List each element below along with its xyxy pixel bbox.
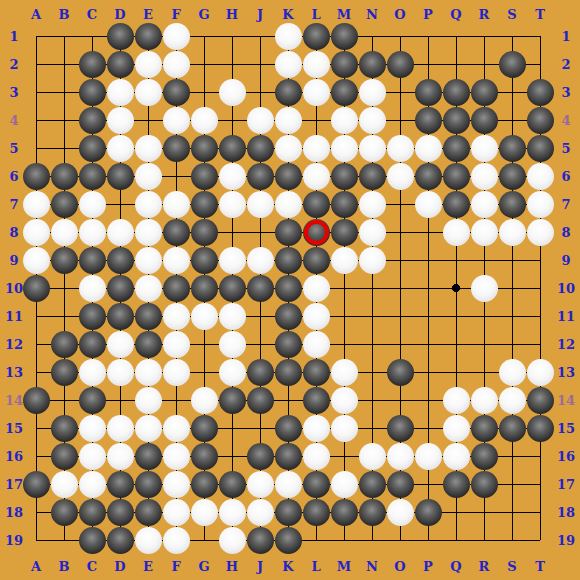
- intersection[interactable]: [218, 330, 246, 358]
- intersection[interactable]: [414, 246, 442, 274]
- intersection[interactable]: [470, 50, 498, 78]
- intersection[interactable]: [470, 414, 498, 442]
- intersection[interactable]: [470, 106, 498, 134]
- intersection[interactable]: [106, 526, 134, 554]
- intersection[interactable]: [498, 274, 526, 302]
- intersection[interactable]: [470, 470, 498, 498]
- intersection[interactable]: [78, 526, 106, 554]
- intersection[interactable]: [134, 414, 162, 442]
- intersection[interactable]: [414, 190, 442, 218]
- intersection[interactable]: [442, 302, 470, 330]
- intersection[interactable]: [134, 106, 162, 134]
- intersection[interactable]: [190, 498, 218, 526]
- intersection[interactable]: [218, 190, 246, 218]
- intersection[interactable]: [302, 78, 330, 106]
- intersection[interactable]: [274, 50, 302, 78]
- intersection[interactable]: [78, 50, 106, 78]
- intersection[interactable]: [414, 162, 442, 190]
- intersection[interactable]: [302, 442, 330, 470]
- intersection[interactable]: [330, 498, 358, 526]
- intersection[interactable]: [22, 302, 50, 330]
- intersection[interactable]: [78, 330, 106, 358]
- intersection[interactable]: [106, 498, 134, 526]
- intersection[interactable]: [218, 414, 246, 442]
- intersection[interactable]: [442, 358, 470, 386]
- intersection[interactable]: [190, 218, 218, 246]
- intersection[interactable]: [190, 358, 218, 386]
- intersection[interactable]: [358, 274, 386, 302]
- intersection[interactable]: [22, 470, 50, 498]
- intersection[interactable]: [442, 442, 470, 470]
- intersection[interactable]: [274, 526, 302, 554]
- intersection[interactable]: [470, 78, 498, 106]
- intersection[interactable]: [358, 302, 386, 330]
- intersection[interactable]: [442, 190, 470, 218]
- intersection[interactable]: [218, 498, 246, 526]
- intersection[interactable]: [162, 22, 190, 50]
- intersection[interactable]: [50, 302, 78, 330]
- intersection[interactable]: [162, 274, 190, 302]
- intersection[interactable]: [218, 22, 246, 50]
- intersection[interactable]: [162, 386, 190, 414]
- intersection[interactable]: [386, 22, 414, 50]
- intersection[interactable]: [470, 162, 498, 190]
- intersection[interactable]: [78, 78, 106, 106]
- intersection[interactable]: [218, 302, 246, 330]
- intersection[interactable]: [246, 22, 274, 50]
- intersection[interactable]: [106, 442, 134, 470]
- intersection[interactable]: [106, 386, 134, 414]
- intersection[interactable]: [134, 162, 162, 190]
- intersection[interactable]: [526, 498, 554, 526]
- intersection[interactable]: [78, 190, 106, 218]
- intersection[interactable]: [330, 442, 358, 470]
- intersection[interactable]: [330, 302, 358, 330]
- intersection[interactable]: [162, 106, 190, 134]
- intersection[interactable]: [22, 274, 50, 302]
- intersection[interactable]: [22, 106, 50, 134]
- intersection[interactable]: [442, 218, 470, 246]
- intersection[interactable]: [386, 78, 414, 106]
- intersection[interactable]: [358, 358, 386, 386]
- intersection[interactable]: [246, 134, 274, 162]
- intersection[interactable]: [50, 274, 78, 302]
- intersection[interactable]: [386, 414, 414, 442]
- intersection[interactable]: [330, 162, 358, 190]
- intersection[interactable]: [498, 302, 526, 330]
- intersection[interactable]: [414, 218, 442, 246]
- intersection[interactable]: [330, 330, 358, 358]
- intersection[interactable]: [358, 442, 386, 470]
- intersection[interactable]: [190, 526, 218, 554]
- intersection[interactable]: [50, 22, 78, 50]
- intersection[interactable]: [358, 134, 386, 162]
- intersection[interactable]: [190, 50, 218, 78]
- intersection[interactable]: [162, 50, 190, 78]
- intersection[interactable]: [22, 78, 50, 106]
- intersection[interactable]: [330, 218, 358, 246]
- intersection[interactable]: [302, 162, 330, 190]
- intersection[interactable]: [414, 78, 442, 106]
- intersection[interactable]: [498, 442, 526, 470]
- intersection[interactable]: [470, 302, 498, 330]
- intersection[interactable]: [358, 78, 386, 106]
- intersection[interactable]: [358, 106, 386, 134]
- intersection[interactable]: [414, 50, 442, 78]
- intersection[interactable]: [302, 22, 330, 50]
- intersection[interactable]: [218, 442, 246, 470]
- intersection[interactable]: [442, 414, 470, 442]
- go-board[interactable]: [22, 22, 554, 554]
- intersection[interactable]: [526, 442, 554, 470]
- intersection[interactable]: [442, 78, 470, 106]
- intersection[interactable]: [162, 302, 190, 330]
- intersection[interactable]: [162, 442, 190, 470]
- intersection[interactable]: [22, 442, 50, 470]
- intersection[interactable]: [470, 526, 498, 554]
- intersection[interactable]: [50, 246, 78, 274]
- intersection[interactable]: [498, 246, 526, 274]
- intersection[interactable]: [526, 330, 554, 358]
- intersection[interactable]: [50, 442, 78, 470]
- intersection[interactable]: [190, 78, 218, 106]
- intersection[interactable]: [106, 190, 134, 218]
- intersection[interactable]: [162, 190, 190, 218]
- intersection[interactable]: [470, 330, 498, 358]
- intersection[interactable]: [246, 78, 274, 106]
- intersection[interactable]: [50, 358, 78, 386]
- intersection[interactable]: [134, 274, 162, 302]
- intersection[interactable]: [134, 78, 162, 106]
- intersection[interactable]: [134, 302, 162, 330]
- intersection[interactable]: [274, 414, 302, 442]
- intersection[interactable]: [302, 190, 330, 218]
- intersection[interactable]: [134, 330, 162, 358]
- intersection[interactable]: [526, 162, 554, 190]
- intersection[interactable]: [386, 162, 414, 190]
- intersection[interactable]: [50, 190, 78, 218]
- intersection[interactable]: [22, 22, 50, 50]
- intersection[interactable]: [330, 134, 358, 162]
- intersection[interactable]: [358, 50, 386, 78]
- intersection[interactable]: [386, 106, 414, 134]
- intersection[interactable]: [190, 134, 218, 162]
- intersection[interactable]: [414, 134, 442, 162]
- intersection[interactable]: [498, 414, 526, 442]
- intersection[interactable]: [386, 50, 414, 78]
- intersection[interactable]: [330, 78, 358, 106]
- intersection[interactable]: [78, 134, 106, 162]
- intersection[interactable]: [106, 414, 134, 442]
- intersection[interactable]: [358, 414, 386, 442]
- intersection[interactable]: [22, 190, 50, 218]
- intersection[interactable]: [498, 386, 526, 414]
- intersection[interactable]: [498, 470, 526, 498]
- intersection[interactable]: [302, 218, 330, 246]
- intersection[interactable]: [526, 358, 554, 386]
- intersection[interactable]: [330, 358, 358, 386]
- intersection[interactable]: [134, 442, 162, 470]
- intersection[interactable]: [386, 526, 414, 554]
- intersection[interactable]: [358, 218, 386, 246]
- intersection[interactable]: [22, 498, 50, 526]
- intersection[interactable]: [358, 526, 386, 554]
- intersection[interactable]: [386, 134, 414, 162]
- intersection[interactable]: [330, 386, 358, 414]
- intersection[interactable]: [50, 498, 78, 526]
- intersection[interactable]: [470, 274, 498, 302]
- intersection[interactable]: [50, 386, 78, 414]
- intersection[interactable]: [190, 106, 218, 134]
- intersection[interactable]: [414, 470, 442, 498]
- intersection[interactable]: [442, 162, 470, 190]
- intersection[interactable]: [106, 274, 134, 302]
- intersection[interactable]: [526, 302, 554, 330]
- intersection[interactable]: [358, 190, 386, 218]
- intersection[interactable]: [218, 50, 246, 78]
- intersection[interactable]: [302, 498, 330, 526]
- intersection[interactable]: [106, 330, 134, 358]
- intersection[interactable]: [246, 274, 274, 302]
- intersection[interactable]: [526, 106, 554, 134]
- intersection[interactable]: [414, 414, 442, 442]
- intersection[interactable]: [274, 22, 302, 50]
- intersection[interactable]: [218, 358, 246, 386]
- intersection[interactable]: [190, 386, 218, 414]
- intersection[interactable]: [414, 302, 442, 330]
- intersection[interactable]: [50, 526, 78, 554]
- intersection[interactable]: [526, 526, 554, 554]
- intersection[interactable]: [274, 442, 302, 470]
- intersection[interactable]: [162, 358, 190, 386]
- intersection[interactable]: [386, 358, 414, 386]
- intersection[interactable]: [274, 386, 302, 414]
- intersection[interactable]: [246, 218, 274, 246]
- intersection[interactable]: [526, 386, 554, 414]
- intersection[interactable]: [246, 246, 274, 274]
- intersection[interactable]: [274, 106, 302, 134]
- intersection[interactable]: [50, 134, 78, 162]
- intersection[interactable]: [246, 162, 274, 190]
- intersection[interactable]: [50, 106, 78, 134]
- intersection[interactable]: [414, 526, 442, 554]
- intersection[interactable]: [386, 274, 414, 302]
- intersection[interactable]: [470, 358, 498, 386]
- intersection[interactable]: [442, 22, 470, 50]
- intersection[interactable]: [302, 526, 330, 554]
- intersection[interactable]: [302, 386, 330, 414]
- intersection[interactable]: [78, 106, 106, 134]
- intersection[interactable]: [526, 414, 554, 442]
- intersection[interactable]: [470, 22, 498, 50]
- intersection[interactable]: [22, 358, 50, 386]
- intersection[interactable]: [78, 470, 106, 498]
- intersection[interactable]: [218, 274, 246, 302]
- intersection[interactable]: [330, 414, 358, 442]
- intersection[interactable]: [302, 246, 330, 274]
- intersection[interactable]: [386, 302, 414, 330]
- intersection[interactable]: [414, 386, 442, 414]
- intersection[interactable]: [190, 22, 218, 50]
- intersection[interactable]: [190, 414, 218, 442]
- intersection[interactable]: [162, 470, 190, 498]
- intersection[interactable]: [246, 190, 274, 218]
- intersection[interactable]: [106, 470, 134, 498]
- intersection[interactable]: [442, 246, 470, 274]
- intersection[interactable]: [274, 162, 302, 190]
- intersection[interactable]: [50, 162, 78, 190]
- intersection[interactable]: [470, 386, 498, 414]
- intersection[interactable]: [106, 78, 134, 106]
- intersection[interactable]: [106, 50, 134, 78]
- intersection[interactable]: [22, 50, 50, 78]
- intersection[interactable]: [22, 414, 50, 442]
- intersection[interactable]: [134, 526, 162, 554]
- intersection[interactable]: [162, 414, 190, 442]
- intersection[interactable]: [358, 22, 386, 50]
- intersection[interactable]: [106, 22, 134, 50]
- intersection[interactable]: [498, 526, 526, 554]
- intersection[interactable]: [358, 162, 386, 190]
- intersection[interactable]: [274, 78, 302, 106]
- intersection[interactable]: [78, 162, 106, 190]
- intersection[interactable]: [442, 526, 470, 554]
- intersection[interactable]: [302, 106, 330, 134]
- intersection[interactable]: [78, 414, 106, 442]
- intersection[interactable]: [414, 358, 442, 386]
- intersection[interactable]: [162, 134, 190, 162]
- intersection[interactable]: [134, 498, 162, 526]
- intersection[interactable]: [106, 246, 134, 274]
- intersection[interactable]: [526, 470, 554, 498]
- intersection[interactable]: [106, 218, 134, 246]
- intersection[interactable]: [134, 134, 162, 162]
- intersection[interactable]: [218, 162, 246, 190]
- intersection[interactable]: [274, 134, 302, 162]
- intersection[interactable]: [50, 50, 78, 78]
- intersection[interactable]: [134, 386, 162, 414]
- intersection[interactable]: [414, 498, 442, 526]
- intersection[interactable]: [526, 50, 554, 78]
- intersection[interactable]: [22, 246, 50, 274]
- intersection[interactable]: [358, 330, 386, 358]
- intersection[interactable]: [470, 246, 498, 274]
- intersection[interactable]: [470, 134, 498, 162]
- intersection[interactable]: [414, 22, 442, 50]
- intersection[interactable]: [498, 78, 526, 106]
- intersection[interactable]: [414, 106, 442, 134]
- intersection[interactable]: [246, 498, 274, 526]
- intersection[interactable]: [442, 330, 470, 358]
- intersection[interactable]: [302, 470, 330, 498]
- intersection[interactable]: [246, 386, 274, 414]
- intersection[interactable]: [498, 50, 526, 78]
- intersection[interactable]: [470, 190, 498, 218]
- intersection[interactable]: [442, 106, 470, 134]
- intersection[interactable]: [526, 22, 554, 50]
- intersection[interactable]: [330, 526, 358, 554]
- intersection[interactable]: [498, 106, 526, 134]
- intersection[interactable]: [22, 386, 50, 414]
- intersection[interactable]: [246, 50, 274, 78]
- intersection[interactable]: [442, 274, 470, 302]
- intersection[interactable]: [78, 386, 106, 414]
- intersection[interactable]: [162, 246, 190, 274]
- intersection[interactable]: [218, 246, 246, 274]
- intersection[interactable]: [274, 190, 302, 218]
- intersection[interactable]: [22, 330, 50, 358]
- intersection[interactable]: [162, 162, 190, 190]
- intersection[interactable]: [162, 330, 190, 358]
- intersection[interactable]: [386, 442, 414, 470]
- intersection[interactable]: [134, 218, 162, 246]
- intersection[interactable]: [302, 50, 330, 78]
- intersection[interactable]: [106, 162, 134, 190]
- intersection[interactable]: [498, 190, 526, 218]
- intersection[interactable]: [190, 162, 218, 190]
- intersection[interactable]: [498, 22, 526, 50]
- intersection[interactable]: [526, 274, 554, 302]
- intersection[interactable]: [190, 442, 218, 470]
- intersection[interactable]: [442, 50, 470, 78]
- intersection[interactable]: [274, 330, 302, 358]
- intersection[interactable]: [442, 498, 470, 526]
- intersection[interactable]: [22, 526, 50, 554]
- intersection[interactable]: [50, 414, 78, 442]
- intersection[interactable]: [330, 22, 358, 50]
- intersection[interactable]: [386, 330, 414, 358]
- intersection[interactable]: [106, 358, 134, 386]
- intersection[interactable]: [78, 246, 106, 274]
- intersection[interactable]: [78, 358, 106, 386]
- intersection[interactable]: [526, 218, 554, 246]
- intersection[interactable]: [470, 442, 498, 470]
- intersection[interactable]: [106, 134, 134, 162]
- intersection[interactable]: [302, 134, 330, 162]
- intersection[interactable]: [302, 414, 330, 442]
- intersection[interactable]: [246, 414, 274, 442]
- intersection[interactable]: [134, 190, 162, 218]
- intersection[interactable]: [358, 470, 386, 498]
- intersection[interactable]: [162, 218, 190, 246]
- intersection[interactable]: [190, 246, 218, 274]
- intersection[interactable]: [190, 302, 218, 330]
- intersection[interactable]: [78, 442, 106, 470]
- intersection[interactable]: [274, 274, 302, 302]
- intersection[interactable]: [386, 190, 414, 218]
- intersection[interactable]: [386, 498, 414, 526]
- intersection[interactable]: [190, 330, 218, 358]
- intersection[interactable]: [274, 358, 302, 386]
- intersection[interactable]: [218, 386, 246, 414]
- intersection[interactable]: [442, 470, 470, 498]
- intersection[interactable]: [50, 218, 78, 246]
- intersection[interactable]: [162, 78, 190, 106]
- intersection[interactable]: [78, 498, 106, 526]
- intersection[interactable]: [274, 498, 302, 526]
- intersection[interactable]: [134, 22, 162, 50]
- intersection[interactable]: [302, 302, 330, 330]
- intersection[interactable]: [218, 134, 246, 162]
- intersection[interactable]: [274, 246, 302, 274]
- intersection[interactable]: [190, 274, 218, 302]
- intersection[interactable]: [386, 246, 414, 274]
- intersection[interactable]: [274, 302, 302, 330]
- intersection[interactable]: [414, 442, 442, 470]
- intersection[interactable]: [22, 162, 50, 190]
- intersection[interactable]: [498, 162, 526, 190]
- intersection[interactable]: [302, 358, 330, 386]
